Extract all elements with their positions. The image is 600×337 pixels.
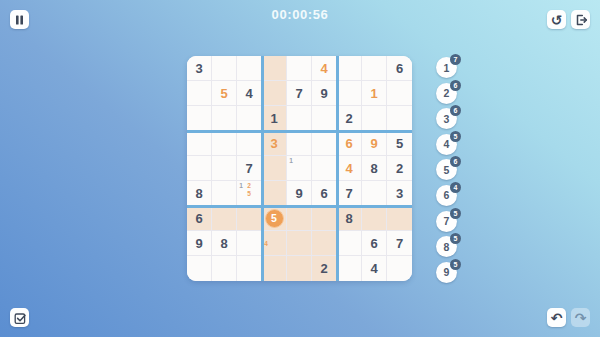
given-digit: 1 bbox=[270, 111, 277, 126]
cell-r7c5[interactable] bbox=[287, 206, 312, 231]
player-digit: 1 bbox=[370, 86, 377, 101]
cell-r2c5[interactable]: 7 bbox=[287, 81, 312, 106]
given-digit: 7 bbox=[245, 161, 252, 176]
given-digit: 2 bbox=[396, 161, 403, 176]
cell-r2c8[interactable]: 1 bbox=[362, 81, 387, 106]
cell-r8c8[interactable]: 6 bbox=[362, 231, 387, 256]
cell-r2c6[interactable]: 9 bbox=[312, 81, 337, 106]
cell-r1c2[interactable] bbox=[212, 56, 237, 81]
number-button-7[interactable]: 75 bbox=[436, 211, 457, 232]
number-button-8[interactable]: 85 bbox=[436, 236, 457, 257]
undo-icon: ↶ bbox=[551, 311, 563, 325]
cell-r1c6[interactable]: 4 bbox=[312, 56, 337, 81]
cell-r3c5[interactable] bbox=[287, 106, 312, 131]
cell-r6c9[interactable]: 3 bbox=[387, 181, 412, 206]
cell-r7c7[interactable]: 8 bbox=[337, 206, 362, 231]
number-label: 2 bbox=[444, 87, 450, 99]
selected-cell-value: 5 bbox=[265, 209, 284, 228]
cell-r1c7[interactable] bbox=[337, 56, 362, 81]
cell-r1c8[interactable] bbox=[362, 56, 387, 81]
cell-r1c1[interactable]: 3 bbox=[187, 56, 212, 81]
player-digit: 4 bbox=[345, 161, 352, 176]
cell-r6c8[interactable] bbox=[362, 181, 387, 206]
cell-r3c6[interactable] bbox=[312, 106, 337, 131]
remaining-count-badge: 6 bbox=[450, 156, 461, 167]
cell-r9c9[interactable] bbox=[387, 256, 412, 281]
remaining-count-badge: 5 bbox=[450, 131, 461, 142]
cell-r8c4[interactable]: 4 bbox=[262, 231, 287, 256]
cell-r6c4[interactable] bbox=[262, 181, 287, 206]
remaining-count-badge: 4 bbox=[450, 182, 461, 193]
given-digit: 8 bbox=[220, 236, 227, 251]
given-digit: 9 bbox=[295, 186, 302, 201]
restart-icon: ↺ bbox=[551, 13, 563, 27]
cell-r2c3[interactable]: 4 bbox=[237, 81, 262, 106]
cell-r3c8[interactable] bbox=[362, 106, 387, 131]
given-digit: 3 bbox=[396, 186, 403, 201]
cell-r6c6[interactable]: 6 bbox=[312, 181, 337, 206]
cell-r4c7[interactable]: 6 bbox=[337, 131, 362, 156]
remaining-count-badge: 5 bbox=[450, 259, 461, 270]
cell-r8c1[interactable]: 9 bbox=[187, 231, 212, 256]
cell-r4c8[interactable]: 9 bbox=[362, 131, 387, 156]
box-divider-horizontal-2 bbox=[187, 205, 412, 208]
number-button-9[interactable]: 95 bbox=[436, 262, 457, 283]
sudoku-app: 00:00:56 ↺ 34654791123695714828125967365… bbox=[0, 0, 600, 337]
given-digit: 4 bbox=[245, 86, 252, 101]
remaining-count-badge: 6 bbox=[450, 105, 461, 116]
cell-r3c3[interactable] bbox=[237, 106, 262, 131]
number-button-1[interactable]: 17 bbox=[436, 57, 457, 78]
number-label: 5 bbox=[444, 164, 450, 176]
number-label: 9 bbox=[444, 266, 450, 278]
player-digit: 3 bbox=[270, 136, 277, 151]
cell-r7c3[interactable] bbox=[237, 206, 262, 231]
cell-r4c1[interactable] bbox=[187, 131, 212, 156]
cell-r8c2[interactable]: 8 bbox=[212, 231, 237, 256]
box-divider-horizontal-1 bbox=[187, 130, 412, 133]
exit-icon bbox=[574, 13, 588, 27]
cell-r8c6[interactable] bbox=[312, 231, 337, 256]
box-divider-vertical-2 bbox=[336, 56, 339, 281]
cell-r5c2[interactable] bbox=[212, 156, 237, 181]
sudoku-board: 3465479112369571482812596736589846724 bbox=[187, 56, 412, 281]
given-digit: 3 bbox=[195, 61, 202, 76]
given-digit: 2 bbox=[345, 111, 352, 126]
number-button-5[interactable]: 56 bbox=[436, 159, 457, 180]
remaining-count-badge: 7 bbox=[450, 54, 461, 65]
given-digit: 8 bbox=[370, 161, 377, 176]
remaining-count-badge: 6 bbox=[450, 80, 461, 91]
cell-r7c4[interactable]: 5 bbox=[262, 206, 287, 231]
pencil-mark: 1 bbox=[287, 156, 295, 164]
cell-r8c7[interactable] bbox=[337, 231, 362, 256]
number-button-4[interactable]: 45 bbox=[436, 134, 457, 155]
cell-r5c7[interactable]: 4 bbox=[337, 156, 362, 181]
player-digit: 4 bbox=[320, 61, 327, 76]
pencil-marks: 125 bbox=[237, 181, 261, 205]
player-digit: 5 bbox=[220, 86, 227, 101]
given-digit: 7 bbox=[396, 236, 403, 251]
cell-r3c1[interactable] bbox=[187, 106, 212, 131]
cell-r9c1[interactable] bbox=[187, 256, 212, 281]
number-label: 8 bbox=[444, 241, 450, 253]
cell-r5c3[interactable]: 7 bbox=[237, 156, 262, 181]
cell-r1c5[interactable] bbox=[287, 56, 312, 81]
cell-r5c8[interactable]: 8 bbox=[362, 156, 387, 181]
cell-r9c6[interactable]: 2 bbox=[312, 256, 337, 281]
given-digit: 5 bbox=[396, 136, 403, 151]
cell-r2c4[interactable] bbox=[262, 81, 287, 106]
notes-mode-button[interactable] bbox=[10, 308, 29, 327]
cell-r9c5[interactable] bbox=[287, 256, 312, 281]
cell-r4c9[interactable]: 5 bbox=[387, 131, 412, 156]
given-digit: 2 bbox=[320, 261, 327, 276]
cell-r2c2[interactable]: 5 bbox=[212, 81, 237, 106]
timer: 00:00:56 bbox=[0, 7, 600, 22]
given-digit: 6 bbox=[396, 61, 403, 76]
cell-r8c3[interactable] bbox=[237, 231, 262, 256]
exit-button[interactable] bbox=[571, 10, 590, 29]
number-label: 6 bbox=[444, 189, 450, 201]
cell-r1c9[interactable]: 6 bbox=[387, 56, 412, 81]
cell-r4c6[interactable] bbox=[312, 131, 337, 156]
cell-r9c7[interactable] bbox=[337, 256, 362, 281]
cell-r6c5[interactable]: 9 bbox=[287, 181, 312, 206]
cell-r4c5[interactable] bbox=[287, 131, 312, 156]
cell-r4c2[interactable] bbox=[212, 131, 237, 156]
cell-r7c9[interactable] bbox=[387, 206, 412, 231]
number-label: 4 bbox=[444, 138, 450, 150]
number-label: 7 bbox=[444, 215, 450, 227]
given-digit: 7 bbox=[295, 86, 302, 101]
cell-r6c7[interactable]: 7 bbox=[337, 181, 362, 206]
restart-button[interactable]: ↺ bbox=[547, 10, 566, 29]
pencil-marks: 4 bbox=[262, 231, 286, 255]
notes-checkbox-icon bbox=[13, 311, 27, 325]
player-digit: 6 bbox=[345, 136, 352, 151]
cell-r2c1[interactable] bbox=[187, 81, 212, 106]
number-label: 3 bbox=[444, 113, 450, 125]
cell-r5c9[interactable]: 2 bbox=[387, 156, 412, 181]
pencil-mark: 5 bbox=[245, 189, 253, 197]
cell-r7c8[interactable] bbox=[362, 206, 387, 231]
cell-r7c1[interactable]: 6 bbox=[187, 206, 212, 231]
redo-icon: ↷ bbox=[575, 311, 587, 325]
given-digit: 7 bbox=[345, 186, 352, 201]
redo-button[interactable]: ↷ bbox=[571, 308, 590, 327]
number-button-3[interactable]: 36 bbox=[436, 108, 457, 129]
cell-r5c4[interactable] bbox=[262, 156, 287, 181]
cell-r5c1[interactable] bbox=[187, 156, 212, 181]
number-button-2[interactable]: 26 bbox=[436, 83, 457, 104]
number-pad: 172636455664758595 bbox=[436, 57, 457, 283]
remaining-count-badge: 5 bbox=[450, 233, 461, 244]
cell-r8c9[interactable]: 7 bbox=[387, 231, 412, 256]
cell-r3c4[interactable]: 1 bbox=[262, 106, 287, 131]
given-digit: 8 bbox=[345, 211, 352, 226]
cell-r4c4[interactable]: 3 bbox=[262, 131, 287, 156]
given-digit: 9 bbox=[320, 86, 327, 101]
cell-r1c3[interactable] bbox=[237, 56, 262, 81]
cell-r9c4[interactable] bbox=[262, 256, 287, 281]
cell-r5c5[interactable]: 1 bbox=[287, 156, 312, 181]
given-digit: 6 bbox=[370, 236, 377, 251]
cell-r1c4[interactable] bbox=[262, 56, 287, 81]
box-divider-vertical-1 bbox=[261, 56, 264, 281]
pencil-marks: 1 bbox=[287, 156, 311, 180]
cell-r3c2[interactable] bbox=[212, 106, 237, 131]
cell-r2c9[interactable] bbox=[387, 81, 412, 106]
given-digit: 6 bbox=[320, 186, 327, 201]
given-digit: 8 bbox=[195, 186, 202, 201]
cell-r7c6[interactable] bbox=[312, 206, 337, 231]
cell-r9c3[interactable] bbox=[237, 256, 262, 281]
pencil-mark: 2 bbox=[245, 181, 253, 189]
pencil-mark: 1 bbox=[237, 181, 245, 189]
number-label: 1 bbox=[444, 62, 450, 74]
given-digit: 4 bbox=[370, 261, 377, 276]
cell-r7c2[interactable] bbox=[212, 206, 237, 231]
cell-r9c8[interactable]: 4 bbox=[362, 256, 387, 281]
given-digit: 6 bbox=[195, 211, 202, 226]
cell-r6c3[interactable]: 125 bbox=[237, 181, 262, 206]
cell-r3c9[interactable] bbox=[387, 106, 412, 131]
cell-r6c2[interactable] bbox=[212, 181, 237, 206]
sudoku-grid: 3465479112369571482812596736589846724 bbox=[187, 56, 412, 281]
cell-r6c1[interactable]: 8 bbox=[187, 181, 212, 206]
cell-r4c3[interactable] bbox=[237, 131, 262, 156]
cell-r9c2[interactable] bbox=[212, 256, 237, 281]
cell-r5c6[interactable] bbox=[312, 156, 337, 181]
remaining-count-badge: 5 bbox=[450, 208, 461, 219]
undo-button[interactable]: ↶ bbox=[547, 308, 566, 327]
cell-r3c7[interactable]: 2 bbox=[337, 106, 362, 131]
player-digit: 9 bbox=[370, 136, 377, 151]
cell-r2c7[interactable] bbox=[337, 81, 362, 106]
given-digit: 9 bbox=[195, 236, 202, 251]
number-button-6[interactable]: 64 bbox=[436, 185, 457, 206]
cell-r8c5[interactable] bbox=[287, 231, 312, 256]
